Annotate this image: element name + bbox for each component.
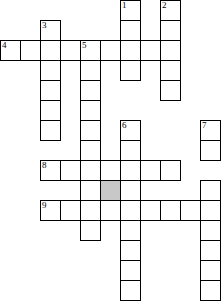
grid-cell-c8-r2[interactable] [160, 40, 181, 61]
grid-cell-c6-r10[interactable] [120, 200, 141, 221]
grid-cell-c10-r6[interactable]: 7 [200, 120, 221, 141]
grid-cell-c8-r3[interactable] [160, 60, 181, 81]
grid-cell-c10-r12[interactable] [200, 240, 221, 261]
clue-number-2: 2 [162, 1, 167, 10]
grid-cell-c2-r8[interactable]: 8 [40, 160, 61, 181]
grid-cell-c10-r11[interactable] [200, 220, 221, 241]
clue-number-8: 8 [42, 161, 47, 170]
grid-cell-c5-r8[interactable] [100, 160, 121, 181]
grid-cell-c6-r3[interactable] [120, 60, 141, 81]
grid-cell-c3-r10[interactable] [60, 200, 81, 221]
crossword-grid: 123456789 [0, 0, 221, 301]
grid-cell-c7-r8[interactable] [140, 160, 161, 181]
grid-cell-c5-r10[interactable] [100, 200, 121, 221]
grid-cell-c6-r14[interactable] [120, 280, 141, 301]
grid-cell-c6-r2[interactable] [120, 40, 141, 61]
grid-cell-c4-r11[interactable] [80, 220, 101, 241]
grid-cell-c8-r8[interactable] [160, 160, 181, 181]
grid-cell-c10-r9[interactable] [200, 180, 221, 201]
grid-cell-c2-r6[interactable] [40, 120, 61, 141]
grid-cell-c6-r7[interactable] [120, 140, 141, 161]
grid-cell-c6-r12[interactable] [120, 240, 141, 261]
grid-cell-c6-r0[interactable]: 1 [120, 0, 141, 21]
clue-number-9: 9 [42, 201, 47, 210]
grid-cell-c10-r13[interactable] [200, 260, 221, 281]
grid-cell-c1-r2[interactable] [20, 40, 41, 61]
grid-cell-c0-r2[interactable]: 4 [0, 40, 21, 61]
clue-number-5: 5 [82, 41, 87, 50]
grid-cell-c5-r2[interactable] [100, 40, 121, 61]
grid-cell-c4-r5[interactable] [80, 100, 101, 121]
grid-cell-c2-r1[interactable]: 3 [40, 20, 61, 41]
grid-cell-c3-r2[interactable] [60, 40, 81, 61]
grid-cell-c2-r3[interactable] [40, 60, 61, 81]
grid-cell-c4-r10[interactable] [80, 200, 101, 221]
grid-cell-c8-r1[interactable] [160, 20, 181, 41]
grid-cell-c9-r10[interactable] [180, 200, 201, 221]
grid-cell-c4-r8[interactable] [80, 160, 101, 181]
grid-cell-c2-r4[interactable] [40, 80, 61, 101]
grid-cell-c6-r13[interactable] [120, 260, 141, 281]
grid-cell-c3-r8[interactable] [60, 160, 81, 181]
grid-cell-c4-r4[interactable] [80, 80, 101, 101]
clue-number-7: 7 [202, 121, 207, 130]
grid-cell-c6-r6[interactable]: 6 [120, 120, 141, 141]
grid-cell-c8-r4[interactable] [160, 80, 181, 101]
grid-cell-c6-r11[interactable] [120, 220, 141, 241]
grid-cell-c4-r2[interactable]: 5 [80, 40, 101, 61]
grid-cell-c8-r10[interactable] [160, 200, 181, 221]
grid-cell-c10-r7[interactable] [200, 140, 221, 161]
grid-cell-c6-r1[interactable] [120, 20, 141, 41]
crossword-page: 123456789 [0, 0, 221, 301]
grid-cell-c4-r6[interactable] [80, 120, 101, 141]
grid-cell-c7-r2[interactable] [140, 40, 161, 61]
grid-cell-c6-r9[interactable] [120, 180, 141, 201]
grid-cell-c4-r7[interactable] [80, 140, 101, 161]
clue-number-6: 6 [122, 121, 127, 130]
grid-cell-c10-r10[interactable] [200, 200, 221, 221]
clue-number-4: 4 [2, 41, 7, 50]
clue-number-1: 1 [122, 1, 127, 10]
grid-cell-c7-r10[interactable] [140, 200, 161, 221]
grid-cell-shaded-c5-r9[interactable] [100, 180, 121, 201]
grid-cell-c4-r3[interactable] [80, 60, 101, 81]
clue-number-3: 3 [42, 21, 47, 30]
grid-cell-c10-r14[interactable] [200, 280, 221, 301]
grid-cell-c2-r5[interactable] [40, 100, 61, 121]
grid-cell-c2-r10[interactable]: 9 [40, 200, 61, 221]
grid-cell-c4-r9[interactable] [80, 180, 101, 201]
grid-cell-c8-r0[interactable]: 2 [160, 0, 181, 21]
grid-cell-c2-r2[interactable] [40, 40, 61, 61]
grid-cell-c6-r8[interactable] [120, 160, 141, 181]
